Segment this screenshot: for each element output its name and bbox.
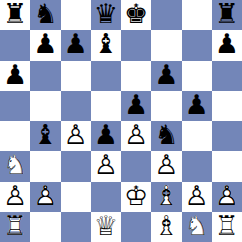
square-c2[interactable] xyxy=(61,182,91,212)
square-g4[interactable] xyxy=(182,121,212,151)
piece-white-king[interactable]: ♚♔ xyxy=(123,182,150,212)
square-b7[interactable]: ♟ xyxy=(30,30,60,60)
piece-glyph-fill: ♟ xyxy=(213,30,240,57)
square-b3[interactable] xyxy=(30,151,60,181)
square-a6[interactable]: ♟ xyxy=(0,61,30,91)
piece-white-rook[interactable]: ♜♖ xyxy=(213,212,240,242)
piece-glyph-outline: ♙ xyxy=(183,182,210,209)
square-a3[interactable]: ♞♘ xyxy=(0,151,30,181)
square-h8[interactable]: ♜ xyxy=(212,0,242,30)
square-f3[interactable]: ♟♙ xyxy=(151,151,181,181)
piece-black-pawn[interactable]: ♟ xyxy=(32,30,59,60)
square-a7[interactable] xyxy=(0,30,30,60)
piece-black-bishop[interactable]: ♝ xyxy=(32,121,59,151)
piece-glyph-fill: ♟ xyxy=(123,91,150,118)
piece-white-pawn[interactable]: ♟♙ xyxy=(183,182,210,212)
piece-glyph-fill: ♟ xyxy=(32,30,59,57)
piece-white-pawn[interactable]: ♟♙ xyxy=(92,151,119,181)
piece-glyph-outline: ♖ xyxy=(213,212,240,239)
square-h6[interactable] xyxy=(212,61,242,91)
square-g8[interactable] xyxy=(182,0,212,30)
square-f8[interactable] xyxy=(151,0,181,30)
piece-white-pawn[interactable]: ♟♙ xyxy=(123,121,150,151)
piece-glyph-fill: ♟ xyxy=(183,91,210,118)
piece-glyph-fill: ♞ xyxy=(32,0,59,27)
square-d2[interactable] xyxy=(91,182,121,212)
piece-white-pawn[interactable]: ♟♙ xyxy=(2,182,29,212)
piece-glyph-fill: ♟ xyxy=(2,61,29,88)
square-b1[interactable] xyxy=(30,212,60,242)
square-d5[interactable] xyxy=(91,91,121,121)
piece-glyph-outline: ♔ xyxy=(123,182,150,209)
square-h4[interactable] xyxy=(212,121,242,151)
square-a2[interactable]: ♟♙ xyxy=(0,182,30,212)
piece-black-knight[interactable]: ♞ xyxy=(153,121,180,151)
piece-glyph-outline: ♙ xyxy=(123,121,150,148)
square-c3[interactable] xyxy=(61,151,91,181)
square-e3[interactable] xyxy=(121,151,151,181)
square-b8[interactable]: ♞ xyxy=(30,0,60,30)
piece-glyph-outline: ♙ xyxy=(153,151,180,178)
square-f6[interactable]: ♟ xyxy=(151,61,181,91)
piece-white-queen[interactable]: ♛♕ xyxy=(92,212,119,242)
piece-glyph-outline: ♕ xyxy=(92,212,119,239)
piece-glyph-fill: ♝ xyxy=(32,121,59,148)
square-c1[interactable] xyxy=(61,212,91,242)
square-b4[interactable]: ♝ xyxy=(30,121,60,151)
square-d3[interactable]: ♟♙ xyxy=(91,151,121,181)
piece-glyph-fill: ♚ xyxy=(123,0,150,27)
piece-white-pawn[interactable]: ♟♙ xyxy=(213,182,240,212)
square-f4[interactable]: ♞ xyxy=(151,121,181,151)
piece-glyph-fill: ♟ xyxy=(92,121,119,148)
square-h5[interactable] xyxy=(212,91,242,121)
piece-black-pawn[interactable]: ♟ xyxy=(62,30,89,60)
piece-black-pawn[interactable]: ♟ xyxy=(92,121,119,151)
piece-glyph-outline: ♙ xyxy=(92,151,119,178)
piece-glyph-fill: ♞ xyxy=(153,121,180,148)
square-b6[interactable] xyxy=(30,61,60,91)
piece-black-pawn[interactable]: ♟ xyxy=(183,91,210,121)
square-c8[interactable] xyxy=(61,0,91,30)
piece-glyph-fill: ♜ xyxy=(2,0,29,27)
piece-glyph-outline: ♘ xyxy=(183,212,210,239)
piece-white-pawn[interactable]: ♟♙ xyxy=(62,121,89,151)
piece-black-pawn[interactable]: ♟ xyxy=(153,61,180,91)
piece-glyph-outline: ♙ xyxy=(2,182,29,209)
square-c7[interactable]: ♟ xyxy=(61,30,91,60)
piece-black-pawn[interactable]: ♟ xyxy=(123,91,150,121)
square-h1[interactable]: ♜♖ xyxy=(212,212,242,242)
piece-glyph-outline: ♙ xyxy=(213,182,240,209)
piece-white-rook[interactable]: ♜♖ xyxy=(2,212,29,242)
square-h3[interactable] xyxy=(212,151,242,181)
piece-white-bishop[interactable]: ♝♗ xyxy=(153,212,180,242)
square-f1[interactable]: ♝♗ xyxy=(151,212,181,242)
piece-black-rook[interactable]: ♜ xyxy=(213,0,240,30)
square-c4[interactable]: ♟♙ xyxy=(61,121,91,151)
square-e4[interactable]: ♟♙ xyxy=(121,121,151,151)
square-a4[interactable] xyxy=(0,121,30,151)
square-a1[interactable]: ♜♖ xyxy=(0,212,30,242)
square-a8[interactable]: ♜ xyxy=(0,0,30,30)
square-d4[interactable]: ♟ xyxy=(91,121,121,151)
piece-white-knight[interactable]: ♞♘ xyxy=(2,151,29,181)
square-b5[interactable] xyxy=(30,91,60,121)
square-g7[interactable] xyxy=(182,30,212,60)
square-e2[interactable]: ♚♔ xyxy=(121,182,151,212)
piece-black-queen[interactable]: ♛ xyxy=(92,0,119,30)
square-g3[interactable] xyxy=(182,151,212,181)
piece-black-bishop[interactable]: ♝ xyxy=(92,30,119,60)
square-g5[interactable]: ♟ xyxy=(182,91,212,121)
square-f5[interactable] xyxy=(151,91,181,121)
square-d7[interactable]: ♝ xyxy=(91,30,121,60)
square-h2[interactable]: ♟♙ xyxy=(212,182,242,212)
piece-glyph-outline: ♗ xyxy=(153,212,180,239)
square-c6[interactable] xyxy=(61,61,91,91)
square-g6[interactable] xyxy=(182,61,212,91)
piece-glyph-fill: ♛ xyxy=(92,0,119,27)
square-e8[interactable]: ♚ xyxy=(121,0,151,30)
piece-glyph-outline: ♙ xyxy=(32,182,59,209)
piece-glyph-fill: ♟ xyxy=(62,30,89,57)
square-g2[interactable]: ♟♙ xyxy=(182,182,212,212)
piece-glyph-outline: ♘ xyxy=(2,151,29,178)
piece-black-pawn[interactable]: ♟ xyxy=(2,61,29,91)
chess-board: ♜♞♛♚♜♟♟♝♟♟♟♟♟♝♟♙♟♟♙♞♞♘♟♙♟♙♟♙♟♙♚♔♝♗♟♙♟♙♜♖… xyxy=(0,0,242,242)
square-h7[interactable]: ♟ xyxy=(212,30,242,60)
piece-glyph-fill: ♟ xyxy=(153,61,180,88)
square-e1[interactable] xyxy=(121,212,151,242)
piece-glyph-outline: ♗ xyxy=(153,182,180,209)
square-d8[interactable]: ♛ xyxy=(91,0,121,30)
square-f7[interactable] xyxy=(151,30,181,60)
square-c5[interactable] xyxy=(61,91,91,121)
square-f2[interactable]: ♝♗ xyxy=(151,182,181,212)
square-e6[interactable] xyxy=(121,61,151,91)
square-d6[interactable] xyxy=(91,61,121,91)
square-b2[interactable]: ♟♙ xyxy=(30,182,60,212)
piece-black-rook[interactable]: ♜ xyxy=(2,0,29,30)
square-d1[interactable]: ♛♕ xyxy=(91,212,121,242)
square-e5[interactable]: ♟ xyxy=(121,91,151,121)
piece-glyph-outline: ♖ xyxy=(2,212,29,239)
piece-glyph-outline: ♙ xyxy=(62,121,89,148)
square-g1[interactable]: ♞♘ xyxy=(182,212,212,242)
square-a5[interactable] xyxy=(0,91,30,121)
square-e7[interactable] xyxy=(121,30,151,60)
piece-black-knight[interactable]: ♞ xyxy=(32,0,59,30)
piece-black-pawn[interactable]: ♟ xyxy=(213,30,240,60)
piece-glyph-fill: ♝ xyxy=(92,30,119,57)
piece-black-king[interactable]: ♚ xyxy=(123,0,150,30)
piece-white-knight[interactable]: ♞♘ xyxy=(183,212,210,242)
piece-white-pawn[interactable]: ♟♙ xyxy=(32,182,59,212)
piece-white-pawn[interactable]: ♟♙ xyxy=(153,151,180,181)
piece-glyph-fill: ♜ xyxy=(213,0,240,27)
piece-white-bishop[interactable]: ♝♗ xyxy=(153,182,180,212)
